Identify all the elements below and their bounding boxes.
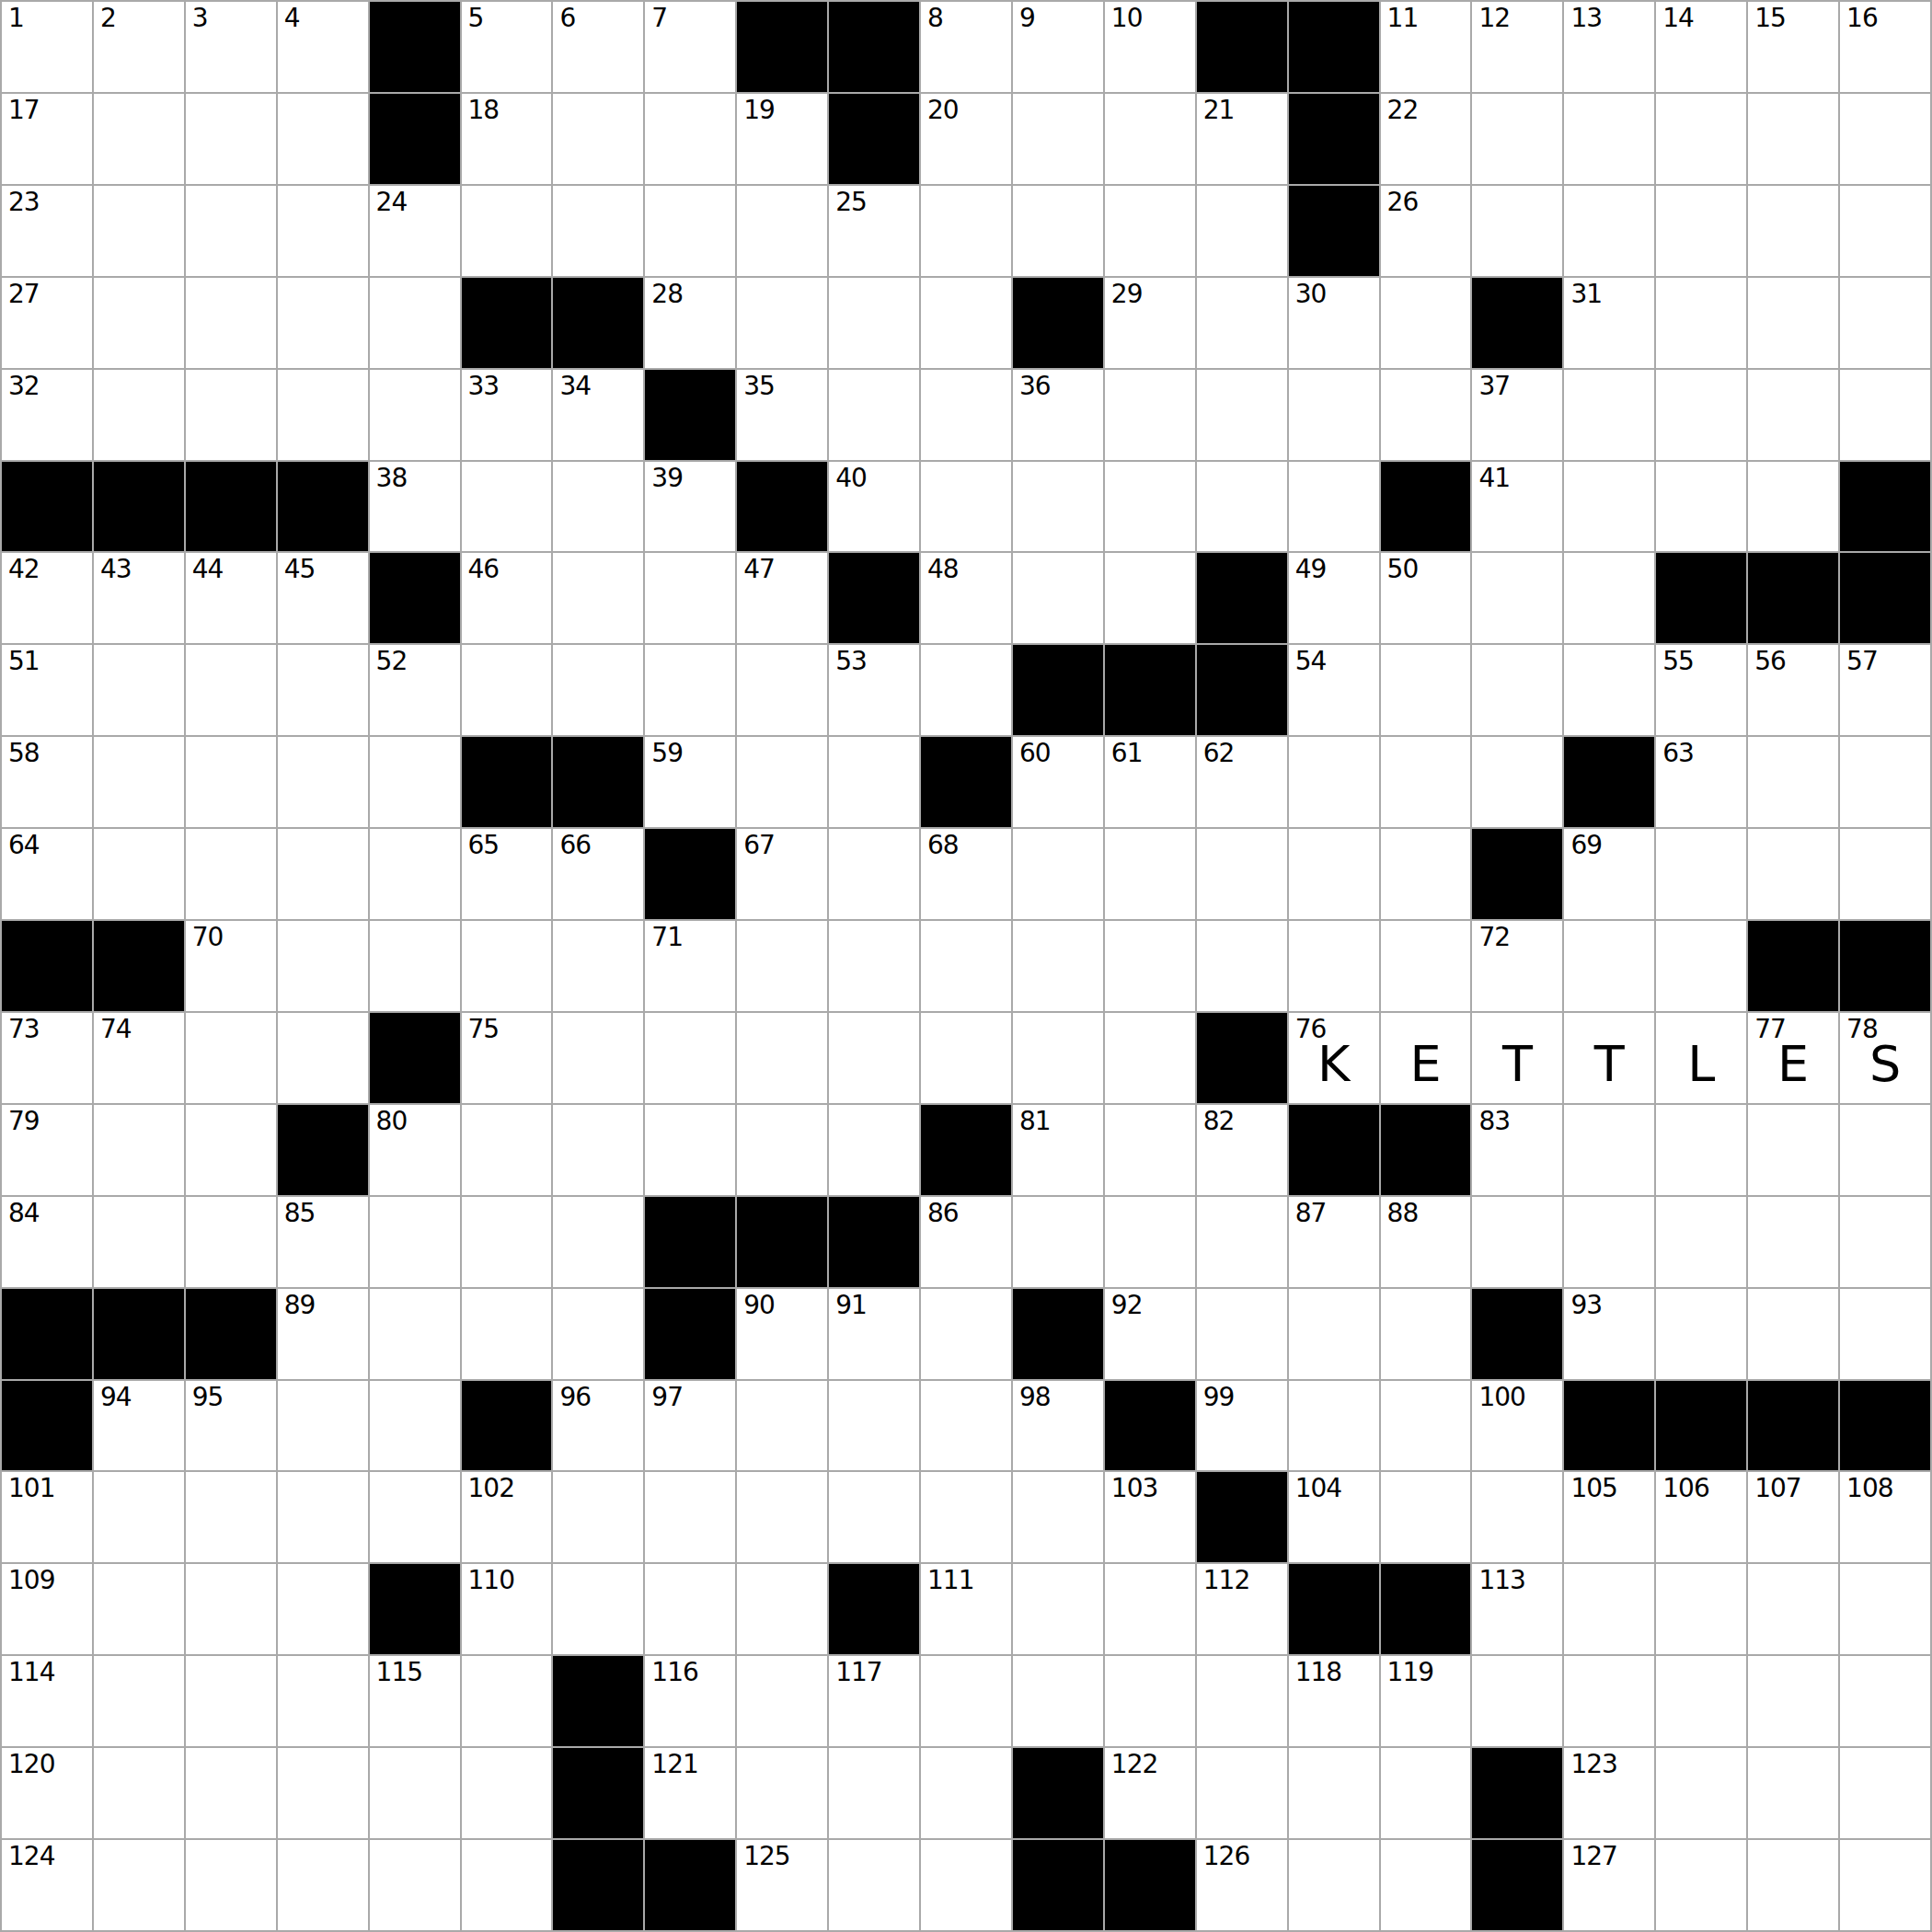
white-cell[interactable]: 117 <box>829 1656 919 1746</box>
white-cell[interactable] <box>278 1381 368 1471</box>
white-cell[interactable] <box>186 1656 276 1746</box>
white-cell[interactable] <box>1840 186 1930 276</box>
white-cell[interactable]: 22 <box>1381 94 1471 184</box>
white-cell[interactable] <box>921 1840 1011 1930</box>
white-cell[interactable] <box>1289 829 1379 919</box>
white-cell[interactable]: 13 <box>1564 2 1654 92</box>
white-cell[interactable]: 77E <box>1748 1013 1838 1103</box>
white-cell[interactable]: 111 <box>921 1564 1011 1654</box>
white-cell[interactable] <box>645 1472 735 1562</box>
white-cell[interactable] <box>553 1564 643 1654</box>
white-cell[interactable] <box>1656 278 1746 368</box>
white-cell[interactable]: 24 <box>370 186 460 276</box>
white-cell[interactable] <box>278 370 368 460</box>
white-cell[interactable]: 36 <box>1013 370 1103 460</box>
white-cell[interactable]: 65 <box>462 829 552 919</box>
white-cell[interactable] <box>1472 94 1562 184</box>
white-cell[interactable] <box>921 1289 1011 1379</box>
white-cell[interactable]: 55 <box>1656 645 1746 735</box>
white-cell[interactable] <box>462 645 552 735</box>
white-cell[interactable] <box>1840 278 1930 368</box>
white-cell[interactable] <box>370 1840 460 1930</box>
white-cell[interactable] <box>370 1197 460 1287</box>
white-cell[interactable]: 35 <box>737 370 827 460</box>
white-cell[interactable] <box>1013 1197 1103 1287</box>
white-cell[interactable] <box>829 921 919 1011</box>
white-cell[interactable] <box>645 553 735 643</box>
white-cell[interactable] <box>1197 186 1287 276</box>
white-cell[interactable]: 34 <box>553 370 643 460</box>
white-cell[interactable] <box>1472 1656 1562 1746</box>
white-cell[interactable] <box>921 1381 1011 1471</box>
white-cell[interactable] <box>278 1013 368 1103</box>
white-cell[interactable] <box>829 370 919 460</box>
white-cell[interactable] <box>829 1748 919 1838</box>
white-cell[interactable]: 91 <box>829 1289 919 1379</box>
white-cell[interactable]: 8 <box>921 2 1011 92</box>
white-cell[interactable]: 97 <box>645 1381 735 1471</box>
white-cell[interactable]: 106 <box>1656 1472 1746 1562</box>
white-cell[interactable] <box>553 1105 643 1195</box>
white-cell[interactable] <box>921 1748 1011 1838</box>
white-cell[interactable]: 61 <box>1105 737 1195 827</box>
white-cell[interactable]: 57 <box>1840 645 1930 735</box>
white-cell[interactable]: 59 <box>645 737 735 827</box>
white-cell[interactable]: 69 <box>1564 829 1654 919</box>
white-cell[interactable]: 42 <box>2 553 92 643</box>
white-cell[interactable]: 49 <box>1289 553 1379 643</box>
white-cell[interactable]: E <box>1381 1013 1471 1103</box>
white-cell[interactable] <box>1472 645 1562 735</box>
white-cell[interactable] <box>1289 1748 1379 1838</box>
white-cell[interactable] <box>645 1105 735 1195</box>
white-cell[interactable] <box>1105 921 1195 1011</box>
white-cell[interactable] <box>1381 921 1471 1011</box>
white-cell[interactable]: 89 <box>278 1289 368 1379</box>
white-cell[interactable] <box>278 645 368 735</box>
white-cell[interactable]: 118 <box>1289 1656 1379 1746</box>
white-cell[interactable]: 25 <box>829 186 919 276</box>
white-cell[interactable] <box>1840 1564 1930 1654</box>
white-cell[interactable] <box>1197 278 1287 368</box>
white-cell[interactable]: 15 <box>1748 2 1838 92</box>
white-cell[interactable] <box>1472 553 1562 643</box>
white-cell[interactable] <box>553 553 643 643</box>
white-cell[interactable]: 62 <box>1197 737 1287 827</box>
white-cell[interactable]: 41 <box>1472 462 1562 552</box>
white-cell[interactable] <box>1656 1105 1746 1195</box>
white-cell[interactable] <box>1564 370 1654 460</box>
white-cell[interactable] <box>921 370 1011 460</box>
white-cell[interactable] <box>645 186 735 276</box>
white-cell[interactable]: 46 <box>462 553 552 643</box>
white-cell[interactable] <box>1013 186 1103 276</box>
white-cell[interactable]: 70 <box>186 921 276 1011</box>
white-cell[interactable] <box>1472 186 1562 276</box>
white-cell[interactable]: 27 <box>2 278 92 368</box>
white-cell[interactable] <box>278 278 368 368</box>
white-cell[interactable] <box>737 921 827 1011</box>
white-cell[interactable] <box>829 1472 919 1562</box>
white-cell[interactable] <box>278 1564 368 1654</box>
white-cell[interactable] <box>1748 737 1838 827</box>
white-cell[interactable] <box>1013 1472 1103 1562</box>
white-cell[interactable]: 121 <box>645 1748 735 1838</box>
white-cell[interactable]: 96 <box>553 1381 643 1471</box>
white-cell[interactable]: 72 <box>1472 921 1562 1011</box>
white-cell[interactable] <box>1564 921 1654 1011</box>
white-cell[interactable]: 12 <box>1472 2 1562 92</box>
white-cell[interactable]: 39 <box>645 462 735 552</box>
white-cell[interactable]: 21 <box>1197 94 1287 184</box>
white-cell[interactable] <box>921 921 1011 1011</box>
white-cell[interactable] <box>1472 1197 1562 1287</box>
white-cell[interactable] <box>186 186 276 276</box>
white-cell[interactable] <box>1564 553 1654 643</box>
white-cell[interactable] <box>94 1105 184 1195</box>
white-cell[interactable]: 23 <box>2 186 92 276</box>
white-cell[interactable]: 32 <box>2 370 92 460</box>
white-cell[interactable]: T <box>1472 1013 1562 1103</box>
white-cell[interactable] <box>94 1472 184 1562</box>
white-cell[interactable] <box>1197 462 1287 552</box>
white-cell[interactable] <box>737 1656 827 1746</box>
white-cell[interactable]: 90 <box>737 1289 827 1379</box>
white-cell[interactable] <box>1289 1381 1379 1471</box>
white-cell[interactable] <box>1840 1197 1930 1287</box>
white-cell[interactable] <box>1656 1197 1746 1287</box>
white-cell[interactable] <box>1656 829 1746 919</box>
white-cell[interactable] <box>1656 94 1746 184</box>
white-cell[interactable]: 74 <box>94 1013 184 1103</box>
white-cell[interactable]: 30 <box>1289 278 1379 368</box>
white-cell[interactable]: 113 <box>1472 1564 1562 1654</box>
white-cell[interactable]: 45 <box>278 553 368 643</box>
white-cell[interactable]: 80 <box>370 1105 460 1195</box>
white-cell[interactable] <box>1013 1656 1103 1746</box>
white-cell[interactable] <box>1013 829 1103 919</box>
white-cell[interactable]: 63 <box>1656 737 1746 827</box>
white-cell[interactable] <box>278 737 368 827</box>
white-cell[interactable] <box>1013 553 1103 643</box>
white-cell[interactable] <box>553 645 643 735</box>
white-cell[interactable] <box>1748 1748 1838 1838</box>
white-cell[interactable] <box>94 645 184 735</box>
white-cell[interactable] <box>1564 186 1654 276</box>
white-cell[interactable] <box>553 1197 643 1287</box>
white-cell[interactable] <box>1105 1197 1195 1287</box>
white-cell[interactable]: 38 <box>370 462 460 552</box>
white-cell[interactable] <box>645 1564 735 1654</box>
white-cell[interactable] <box>1289 737 1379 827</box>
white-cell[interactable]: 54 <box>1289 645 1379 735</box>
white-cell[interactable] <box>1197 1289 1287 1379</box>
white-cell[interactable] <box>829 1840 919 1930</box>
white-cell[interactable]: 116 <box>645 1656 735 1746</box>
white-cell[interactable] <box>186 1564 276 1654</box>
white-cell[interactable] <box>462 921 552 1011</box>
white-cell[interactable] <box>1197 921 1287 1011</box>
white-cell[interactable] <box>186 1748 276 1838</box>
white-cell[interactable] <box>1564 1105 1654 1195</box>
white-cell[interactable]: 98 <box>1013 1381 1103 1471</box>
white-cell[interactable]: 86 <box>921 1197 1011 1287</box>
white-cell[interactable] <box>462 1197 552 1287</box>
white-cell[interactable] <box>1564 462 1654 552</box>
white-cell[interactable]: 18 <box>462 94 552 184</box>
white-cell[interactable] <box>1564 1197 1654 1287</box>
white-cell[interactable] <box>1564 1564 1654 1654</box>
white-cell[interactable]: 31 <box>1564 278 1654 368</box>
white-cell[interactable]: 119 <box>1381 1656 1471 1746</box>
white-cell[interactable]: 26 <box>1381 186 1471 276</box>
white-cell[interactable] <box>1381 278 1471 368</box>
white-cell[interactable] <box>186 1197 276 1287</box>
white-cell[interactable] <box>1656 1564 1746 1654</box>
white-cell[interactable]: 114 <box>2 1656 92 1746</box>
white-cell[interactable]: 33 <box>462 370 552 460</box>
white-cell[interactable] <box>94 1564 184 1654</box>
white-cell[interactable]: 84 <box>2 1197 92 1287</box>
white-cell[interactable] <box>737 186 827 276</box>
white-cell[interactable] <box>553 186 643 276</box>
white-cell[interactable]: 6 <box>553 2 643 92</box>
white-cell[interactable] <box>186 1105 276 1195</box>
white-cell[interactable]: 88 <box>1381 1197 1471 1287</box>
white-cell[interactable] <box>186 1840 276 1930</box>
white-cell[interactable] <box>1564 1656 1654 1746</box>
white-cell[interactable]: L <box>1656 1013 1746 1103</box>
white-cell[interactable] <box>737 1105 827 1195</box>
white-cell[interactable] <box>1656 1656 1746 1746</box>
white-cell[interactable]: 78S <box>1840 1013 1930 1103</box>
white-cell[interactable] <box>1105 370 1195 460</box>
white-cell[interactable]: 47 <box>737 553 827 643</box>
white-cell[interactable] <box>553 1013 643 1103</box>
white-cell[interactable] <box>278 1656 368 1746</box>
white-cell[interactable] <box>1105 1105 1195 1195</box>
white-cell[interactable]: 44 <box>186 553 276 643</box>
white-cell[interactable]: 109 <box>2 1564 92 1654</box>
white-cell[interactable]: 53 <box>829 645 919 735</box>
white-cell[interactable] <box>1289 921 1379 1011</box>
white-cell[interactable] <box>1840 1840 1930 1930</box>
white-cell[interactable]: 5 <box>462 2 552 92</box>
white-cell[interactable] <box>1564 645 1654 735</box>
white-cell[interactable] <box>737 1381 827 1471</box>
white-cell[interactable] <box>94 1748 184 1838</box>
white-cell[interactable] <box>462 1656 552 1746</box>
white-cell[interactable] <box>1289 370 1379 460</box>
white-cell[interactable]: 102 <box>462 1472 552 1562</box>
white-cell[interactable] <box>1564 94 1654 184</box>
white-cell[interactable] <box>1381 1840 1471 1930</box>
white-cell[interactable] <box>829 737 919 827</box>
white-cell[interactable] <box>553 921 643 1011</box>
white-cell[interactable] <box>1381 1381 1471 1471</box>
white-cell[interactable] <box>462 1748 552 1838</box>
white-cell[interactable] <box>186 1472 276 1562</box>
white-cell[interactable]: 51 <box>2 645 92 735</box>
white-cell[interactable] <box>1656 370 1746 460</box>
white-cell[interactable] <box>94 278 184 368</box>
white-cell[interactable] <box>1748 186 1838 276</box>
white-cell[interactable] <box>94 737 184 827</box>
white-cell[interactable] <box>921 186 1011 276</box>
white-cell[interactable] <box>1656 1840 1746 1930</box>
white-cell[interactable]: 100 <box>1472 1381 1562 1471</box>
white-cell[interactable]: 64 <box>2 829 92 919</box>
white-cell[interactable] <box>1472 1472 1562 1562</box>
white-cell[interactable] <box>553 94 643 184</box>
white-cell[interactable] <box>94 186 184 276</box>
white-cell[interactable] <box>370 737 460 827</box>
white-cell[interactable] <box>921 462 1011 552</box>
white-cell[interactable] <box>186 94 276 184</box>
white-cell[interactable] <box>278 1840 368 1930</box>
white-cell[interactable] <box>1289 1840 1379 1930</box>
white-cell[interactable]: 124 <box>2 1840 92 1930</box>
white-cell[interactable] <box>645 645 735 735</box>
white-cell[interactable] <box>737 1748 827 1838</box>
white-cell[interactable] <box>1105 1013 1195 1103</box>
white-cell[interactable] <box>94 829 184 919</box>
white-cell[interactable] <box>1013 462 1103 552</box>
white-cell[interactable]: 3 <box>186 2 276 92</box>
white-cell[interactable]: 85 <box>278 1197 368 1287</box>
white-cell[interactable] <box>921 278 1011 368</box>
white-cell[interactable] <box>921 1656 1011 1746</box>
white-cell[interactable]: 125 <box>737 1840 827 1930</box>
white-cell[interactable]: 93 <box>1564 1289 1654 1379</box>
white-cell[interactable] <box>370 1289 460 1379</box>
white-cell[interactable]: 92 <box>1105 1289 1195 1379</box>
white-cell[interactable] <box>1748 1564 1838 1654</box>
white-cell[interactable]: 20 <box>921 94 1011 184</box>
white-cell[interactable]: 50 <box>1381 553 1471 643</box>
white-cell[interactable] <box>1381 1748 1471 1838</box>
white-cell[interactable]: 104 <box>1289 1472 1379 1562</box>
white-cell[interactable]: 123 <box>1564 1748 1654 1838</box>
white-cell[interactable]: 115 <box>370 1656 460 1746</box>
white-cell[interactable]: 73 <box>2 1013 92 1103</box>
white-cell[interactable] <box>1748 370 1838 460</box>
white-cell[interactable] <box>737 1013 827 1103</box>
white-cell[interactable]: 17 <box>2 94 92 184</box>
white-cell[interactable] <box>278 829 368 919</box>
white-cell[interactable]: 79 <box>2 1105 92 1195</box>
white-cell[interactable] <box>1840 94 1930 184</box>
white-cell[interactable] <box>186 829 276 919</box>
white-cell[interactable] <box>1197 829 1287 919</box>
white-cell[interactable] <box>186 370 276 460</box>
white-cell[interactable]: 40 <box>829 462 919 552</box>
white-cell[interactable]: 37 <box>1472 370 1562 460</box>
white-cell[interactable]: 127 <box>1564 1840 1654 1930</box>
white-cell[interactable] <box>1105 553 1195 643</box>
white-cell[interactable] <box>1197 370 1287 460</box>
white-cell[interactable]: 4 <box>278 2 368 92</box>
white-cell[interactable] <box>829 278 919 368</box>
white-cell[interactable] <box>645 94 735 184</box>
white-cell[interactable] <box>1748 1197 1838 1287</box>
white-cell[interactable] <box>1381 737 1471 827</box>
white-cell[interactable]: 10 <box>1105 2 1195 92</box>
white-cell[interactable]: 107 <box>1748 1472 1838 1562</box>
white-cell[interactable] <box>553 1289 643 1379</box>
white-cell[interactable] <box>1105 1564 1195 1654</box>
white-cell[interactable]: 1 <box>2 2 92 92</box>
white-cell[interactable] <box>1105 186 1195 276</box>
white-cell[interactable]: 95 <box>186 1381 276 1471</box>
white-cell[interactable] <box>278 1472 368 1562</box>
white-cell[interactable] <box>278 186 368 276</box>
white-cell[interactable] <box>1472 737 1562 827</box>
white-cell[interactable] <box>370 829 460 919</box>
white-cell[interactable] <box>462 1289 552 1379</box>
white-cell[interactable] <box>1381 1472 1471 1562</box>
white-cell[interactable] <box>645 1013 735 1103</box>
white-cell[interactable] <box>1197 1656 1287 1746</box>
white-cell[interactable]: 19 <box>737 94 827 184</box>
white-cell[interactable] <box>1748 462 1838 552</box>
white-cell[interactable]: 103 <box>1105 1472 1195 1562</box>
white-cell[interactable] <box>1656 1289 1746 1379</box>
white-cell[interactable]: 120 <box>2 1748 92 1838</box>
white-cell[interactable] <box>1748 1289 1838 1379</box>
white-cell[interactable] <box>1381 645 1471 735</box>
white-cell[interactable] <box>829 1105 919 1195</box>
white-cell[interactable] <box>1289 1289 1379 1379</box>
white-cell[interactable]: 87 <box>1289 1197 1379 1287</box>
white-cell[interactable] <box>278 94 368 184</box>
white-cell[interactable] <box>94 370 184 460</box>
white-cell[interactable] <box>186 737 276 827</box>
white-cell[interactable] <box>1840 1656 1930 1746</box>
white-cell[interactable]: 58 <box>2 737 92 827</box>
white-cell[interactable] <box>94 1197 184 1287</box>
white-cell[interactable] <box>1197 1197 1287 1287</box>
white-cell[interactable] <box>921 645 1011 735</box>
white-cell[interactable] <box>921 1472 1011 1562</box>
white-cell[interactable] <box>186 278 276 368</box>
white-cell[interactable]: 99 <box>1197 1381 1287 1471</box>
white-cell[interactable] <box>1656 1748 1746 1838</box>
white-cell[interactable] <box>1748 1105 1838 1195</box>
white-cell[interactable] <box>1840 370 1930 460</box>
white-cell[interactable]: 108 <box>1840 1472 1930 1562</box>
white-cell[interactable]: 76K <box>1289 1013 1379 1103</box>
white-cell[interactable]: 9 <box>1013 2 1103 92</box>
white-cell[interactable] <box>553 462 643 552</box>
white-cell[interactable] <box>462 1840 552 1930</box>
white-cell[interactable] <box>462 462 552 552</box>
white-cell[interactable]: 83 <box>1472 1105 1562 1195</box>
white-cell[interactable] <box>1381 829 1471 919</box>
white-cell[interactable] <box>1840 1289 1930 1379</box>
white-cell[interactable] <box>1748 1656 1838 1746</box>
white-cell[interactable]: 94 <box>94 1381 184 1471</box>
white-cell[interactable]: 43 <box>94 553 184 643</box>
white-cell[interactable]: 122 <box>1105 1748 1195 1838</box>
white-cell[interactable] <box>1656 921 1746 1011</box>
white-cell[interactable]: 2 <box>94 2 184 92</box>
white-cell[interactable] <box>462 1105 552 1195</box>
white-cell[interactable] <box>829 1381 919 1471</box>
white-cell[interactable] <box>1013 921 1103 1011</box>
white-cell[interactable] <box>1197 1748 1287 1838</box>
white-cell[interactable] <box>737 278 827 368</box>
